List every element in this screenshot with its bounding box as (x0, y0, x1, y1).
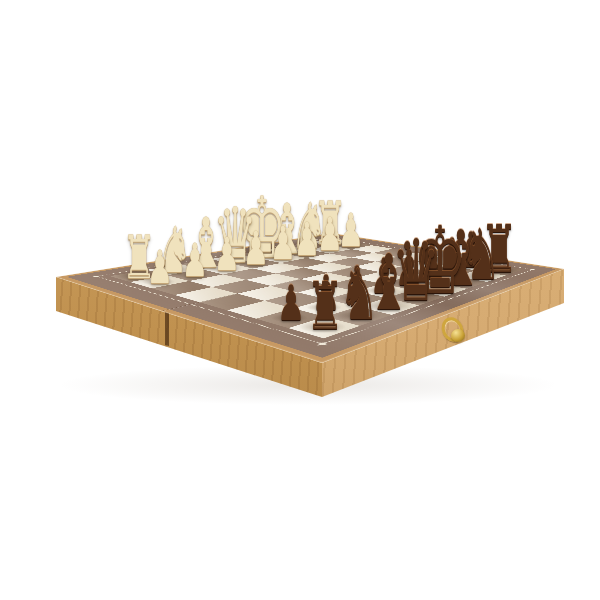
chess-board: ✦ ✦ ✦ ✦ (56, 233, 564, 363)
clasp-knob-icon (451, 329, 465, 342)
chess-set-photo: ✦ ✦ ✦ ✦ ♜♞♝♛♚♝♞♜♟♟♟♟♟♟♟♟♟♟♟♟♟♟♟♟♜♞♝♛♚♝♞♜ (0, 0, 600, 600)
brass-clasp (440, 316, 470, 352)
